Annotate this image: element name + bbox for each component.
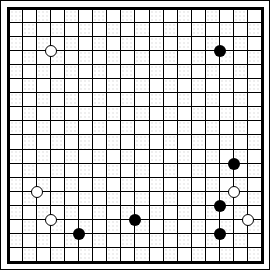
board-cell: [65, 178, 79, 192]
board-cell: [51, 178, 65, 192]
board-cell: [107, 150, 121, 164]
board-cell: [192, 23, 206, 37]
board-cell: [79, 107, 93, 121]
board-cell: [135, 65, 149, 79]
board-cell: [79, 23, 93, 37]
board-cell: [23, 10, 37, 23]
board-cell: [37, 121, 51, 135]
white-stone[interactable]: [45, 45, 57, 57]
board-cell: [10, 23, 23, 37]
board-cell: [164, 206, 178, 220]
board-cell: [135, 234, 149, 248]
board-cell: [178, 220, 192, 234]
board-cell: [107, 10, 121, 23]
board-cell: [65, 135, 79, 149]
board-cell: [93, 121, 107, 135]
board-cell: [192, 37, 206, 51]
board-cell: [107, 164, 121, 178]
board-cell: [23, 107, 37, 121]
board-cell: [107, 23, 121, 37]
board-cell: [107, 107, 121, 121]
board-cell: [107, 79, 121, 93]
board-cell: [220, 248, 234, 261]
board-cell: [23, 206, 37, 220]
board-cell: [164, 65, 178, 79]
board-cell: [206, 150, 220, 164]
board-cell: [206, 23, 220, 37]
board-cell: [37, 79, 51, 93]
board-cell: [248, 248, 261, 261]
board-cell: [107, 206, 121, 220]
board-cell: [150, 206, 164, 220]
board-cell: [248, 93, 261, 107]
board-cell: [51, 107, 65, 121]
board-cell: [220, 121, 234, 135]
board-cell: [10, 234, 23, 248]
board-cell: [121, 37, 135, 51]
board-cell: [248, 178, 261, 192]
board-cell: [10, 206, 23, 220]
board-cell: [93, 248, 107, 261]
board-cell: [65, 192, 79, 206]
board-cell: [150, 107, 164, 121]
board-cell: [150, 65, 164, 79]
board-cell: [192, 121, 206, 135]
board-cell: [150, 150, 164, 164]
board-cell: [10, 107, 23, 121]
board-cell: [206, 65, 220, 79]
black-stone[interactable]: [214, 45, 226, 57]
board-cell: [79, 10, 93, 23]
board-cell: [37, 65, 51, 79]
board-cell: [37, 93, 51, 107]
board-cell: [192, 206, 206, 220]
board-cell: [10, 164, 23, 178]
board-cell: [234, 234, 248, 248]
board-cell: [107, 234, 121, 248]
board-cell: [164, 192, 178, 206]
board-cell: [234, 51, 248, 65]
board-cell: [107, 178, 121, 192]
board-cell: [248, 79, 261, 93]
go-diagram-frame: [0, 0, 270, 270]
board-cell: [51, 192, 65, 206]
black-stone[interactable]: [228, 158, 240, 170]
board-cell: [135, 23, 149, 37]
board-cell: [79, 150, 93, 164]
board-cell: [178, 234, 192, 248]
board-cell: [164, 121, 178, 135]
board-cell: [178, 150, 192, 164]
board-cell: [23, 220, 37, 234]
board-cell: [164, 164, 178, 178]
board-cell: [135, 93, 149, 107]
board-cell: [220, 65, 234, 79]
board-cell: [248, 164, 261, 178]
board-cell: [248, 65, 261, 79]
board-cell: [220, 10, 234, 23]
board-cell: [121, 150, 135, 164]
board-cell: [65, 206, 79, 220]
board-cell: [164, 220, 178, 234]
board-cell: [121, 93, 135, 107]
board-cell: [135, 192, 149, 206]
board-cell: [121, 107, 135, 121]
board-cell: [206, 107, 220, 121]
board-cell: [79, 192, 93, 206]
board-cell: [23, 37, 37, 51]
board-cell: [79, 79, 93, 93]
board-cell: [37, 10, 51, 23]
board-cell: [150, 234, 164, 248]
board-cell: [135, 79, 149, 93]
board-cell: [164, 248, 178, 261]
board-cell: [37, 23, 51, 37]
board-cell: [23, 65, 37, 79]
board-cell: [206, 79, 220, 93]
board-cell: [37, 150, 51, 164]
board-cell: [23, 164, 37, 178]
board-cell: [192, 107, 206, 121]
board-cell: [10, 135, 23, 149]
board-cell: [248, 150, 261, 164]
board-cell: [248, 51, 261, 65]
board-cell: [37, 248, 51, 261]
board-cell: [192, 234, 206, 248]
go-board[interactable]: [7, 7, 264, 264]
board-cell: [10, 178, 23, 192]
board-cell: [192, 135, 206, 149]
board-cell: [107, 248, 121, 261]
board-cell: [121, 192, 135, 206]
board-cell: [150, 121, 164, 135]
board-cell: [93, 150, 107, 164]
board-cell: [234, 93, 248, 107]
board-cell: [93, 79, 107, 93]
board-cell: [178, 178, 192, 192]
board-cell: [10, 65, 23, 79]
board-cell: [206, 93, 220, 107]
board-cell: [164, 178, 178, 192]
board-cell: [37, 234, 51, 248]
board-cell: [10, 192, 23, 206]
board-cell: [79, 65, 93, 79]
board-cell: [121, 121, 135, 135]
board-cell: [164, 150, 178, 164]
board-cell: [10, 37, 23, 51]
board-cell: [178, 107, 192, 121]
board-cell: [178, 93, 192, 107]
board-cell: [121, 234, 135, 248]
board-cell: [37, 135, 51, 149]
board-cell: [206, 164, 220, 178]
board-cell: [150, 37, 164, 51]
board-cell: [23, 23, 37, 37]
board-cell: [107, 37, 121, 51]
board-cell: [93, 234, 107, 248]
board-cell: [51, 93, 65, 107]
board-cell: [107, 135, 121, 149]
board-cell: [234, 121, 248, 135]
board-cell: [93, 164, 107, 178]
board-cell: [93, 51, 107, 65]
board-cell: [135, 37, 149, 51]
board-cell: [135, 135, 149, 149]
board-cell: [150, 164, 164, 178]
board-cell: [220, 23, 234, 37]
board-cell: [93, 206, 107, 220]
board-cell: [10, 121, 23, 135]
board-cell: [79, 206, 93, 220]
board-cell: [150, 135, 164, 149]
board-cell: [51, 121, 65, 135]
board-cell: [65, 107, 79, 121]
board-cell: [37, 107, 51, 121]
board-cell: [164, 135, 178, 149]
board-cell: [79, 248, 93, 261]
board-cell: [206, 248, 220, 261]
board-cell: [192, 79, 206, 93]
board-cell: [164, 107, 178, 121]
board-cell: [79, 164, 93, 178]
board-cell: [234, 248, 248, 261]
board-cell: [178, 135, 192, 149]
board-cell: [234, 23, 248, 37]
board-cell: [248, 192, 261, 206]
board-cell: [178, 164, 192, 178]
board-cell: [65, 248, 79, 261]
board-cell: [121, 164, 135, 178]
board-cell: [178, 121, 192, 135]
board-cell: [51, 79, 65, 93]
board-cell: [220, 135, 234, 149]
white-stone[interactable]: [45, 214, 57, 226]
board-cell: [135, 121, 149, 135]
board-cell: [51, 164, 65, 178]
board-cell: [65, 93, 79, 107]
board-cell: [51, 234, 65, 248]
board-cell: [192, 248, 206, 261]
board-cell: [192, 178, 206, 192]
board-cell: [51, 150, 65, 164]
board-cell: [65, 51, 79, 65]
board-cell: [23, 150, 37, 164]
board-cell: [65, 37, 79, 51]
board-cell: [51, 248, 65, 261]
board-cell: [121, 248, 135, 261]
board-cell: [65, 65, 79, 79]
board-cell: [79, 121, 93, 135]
board-cell: [10, 150, 23, 164]
board-cell: [121, 10, 135, 23]
board-cell: [135, 10, 149, 23]
board-cell: [23, 135, 37, 149]
board-cell: [93, 192, 107, 206]
board-cell: [121, 23, 135, 37]
board-cell: [178, 248, 192, 261]
board-cell: [23, 121, 37, 135]
board-cell: [178, 51, 192, 65]
board-cell: [150, 23, 164, 37]
board-cell: [178, 23, 192, 37]
board-cell: [192, 65, 206, 79]
board-cell: [65, 79, 79, 93]
board-cell: [79, 135, 93, 149]
board-cell: [248, 107, 261, 121]
board-cell: [93, 93, 107, 107]
board-cell: [93, 65, 107, 79]
board-cell: [206, 178, 220, 192]
board-cell: [164, 23, 178, 37]
board-cell: [248, 37, 261, 51]
board-cell: [23, 79, 37, 93]
board-cell: [234, 79, 248, 93]
board-cell: [220, 93, 234, 107]
board-cell: [79, 93, 93, 107]
board-cell: [121, 51, 135, 65]
board-cell: [150, 192, 164, 206]
board-cell: [23, 51, 37, 65]
board-cell: [23, 93, 37, 107]
board-cell: [150, 220, 164, 234]
board-cell: [248, 234, 261, 248]
board-cell: [65, 164, 79, 178]
board-cell: [107, 220, 121, 234]
board-cell: [93, 37, 107, 51]
board-cell: [107, 93, 121, 107]
board-cell: [206, 10, 220, 23]
board-cell: [135, 164, 149, 178]
board-cell: [178, 10, 192, 23]
board-cell: [135, 51, 149, 65]
board-cell: [79, 178, 93, 192]
board-cell: [164, 79, 178, 93]
board-cell: [121, 178, 135, 192]
board-cell: [234, 65, 248, 79]
board-cell: [65, 150, 79, 164]
white-stone[interactable]: [31, 186, 43, 198]
board-cell: [93, 220, 107, 234]
board-cell: [65, 10, 79, 23]
board-cell: [164, 51, 178, 65]
board-cell: [192, 150, 206, 164]
board-cell: [79, 51, 93, 65]
board-cell: [150, 248, 164, 261]
board-cell: [93, 178, 107, 192]
board-cell: [192, 220, 206, 234]
board-cell: [234, 37, 248, 51]
board-cell: [192, 192, 206, 206]
board-cell: [150, 178, 164, 192]
board-cell: [121, 65, 135, 79]
board-cell: [93, 10, 107, 23]
board-cell: [10, 220, 23, 234]
board-cell: [135, 248, 149, 261]
board-cell: [234, 107, 248, 121]
board-cell: [93, 23, 107, 37]
board-cell: [248, 10, 261, 23]
board-cell: [93, 135, 107, 149]
board-cell: [192, 93, 206, 107]
board-cell: [107, 192, 121, 206]
board-cell: [192, 10, 206, 23]
board-cell: [135, 178, 149, 192]
board-cell: [192, 164, 206, 178]
board-cell: [37, 164, 51, 178]
board-cell: [206, 135, 220, 149]
board-cell: [79, 37, 93, 51]
board-cell: [51, 65, 65, 79]
board-cell: [10, 79, 23, 93]
board-cell: [51, 23, 65, 37]
board-cell: [135, 150, 149, 164]
board-cell: [150, 79, 164, 93]
board-cell: [178, 192, 192, 206]
board-cell: [51, 10, 65, 23]
board-cell: [121, 135, 135, 149]
board-cell: [164, 37, 178, 51]
board-cell: [164, 93, 178, 107]
board-cell: [135, 107, 149, 121]
board-cell: [10, 51, 23, 65]
board-cell: [23, 248, 37, 261]
board-cell: [248, 23, 261, 37]
board-cell: [107, 51, 121, 65]
board-cell: [164, 234, 178, 248]
board-cell: [220, 107, 234, 121]
board-cell: [150, 51, 164, 65]
board-cell: [220, 79, 234, 93]
board-cell: [65, 121, 79, 135]
board-cell: [178, 79, 192, 93]
board-cell: [65, 23, 79, 37]
board-cell: [10, 93, 23, 107]
board-cell: [150, 93, 164, 107]
board-cell: [93, 107, 107, 121]
board-cell: [107, 121, 121, 135]
board-cell: [164, 10, 178, 23]
board-cell: [206, 121, 220, 135]
board-cell: [10, 248, 23, 261]
board-cell: [10, 10, 23, 23]
board-cell: [234, 10, 248, 23]
board-cell: [192, 51, 206, 65]
board-cell: [248, 135, 261, 149]
board-cell: [178, 65, 192, 79]
board-cell: [150, 10, 164, 23]
board-cell: [23, 234, 37, 248]
board-cell: [178, 206, 192, 220]
board-cell: [121, 79, 135, 93]
board-cell: [107, 65, 121, 79]
board-cell: [51, 135, 65, 149]
board-cell: [234, 135, 248, 149]
board-cell: [248, 121, 261, 135]
board-cell: [178, 37, 192, 51]
